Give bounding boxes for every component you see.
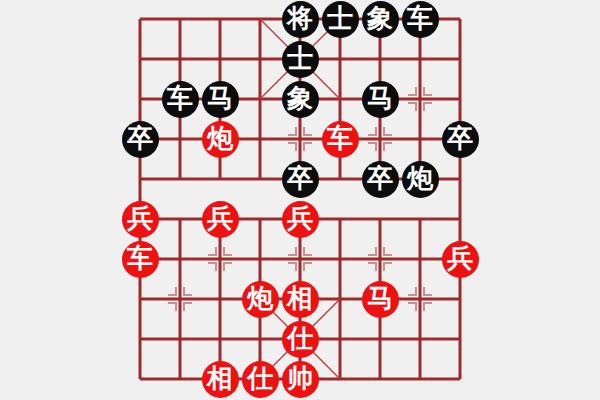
piece-glyph: 卒 [287,165,313,191]
piece-red-elephant[interactable]: 相 [282,281,319,318]
board-point-4-9: 帅 [280,359,320,399]
board-point-4-4: 卒 [280,159,320,199]
board-point-2-3: 炮 [200,119,240,159]
piece-black-elephant[interactable]: 象 [282,81,319,118]
board-point-6-7: 马 [360,279,400,319]
piece-red-chariot[interactable]: 车 [122,241,159,278]
piece-glyph: 马 [207,85,233,111]
piece-red-elephant[interactable]: 相 [202,361,239,398]
piece-black-horse[interactable]: 马 [362,81,399,118]
piece-glyph: 卒 [127,125,153,151]
board-point-8-6: 兵 [440,239,480,279]
piece-glyph: 兵 [447,245,473,271]
board-point-1-2: 车 [160,79,200,119]
piece-glyph: 兵 [127,205,153,231]
piece-glyph: 象 [287,85,313,111]
board-point-4-7: 相 [280,279,320,319]
piece-glyph: 卒 [367,165,393,191]
piece-glyph: 马 [367,285,393,311]
piece-black-pawn[interactable]: 卒 [282,161,319,198]
piece-black-general[interactable]: 将 [282,1,319,38]
piece-glyph: 相 [207,365,233,391]
board-point-2-2: 马 [200,79,240,119]
board-point-2-5: 兵 [200,199,240,239]
piece-glyph: 帅 [287,365,313,391]
piece-red-cannon[interactable]: 炮 [202,121,239,158]
board-point-6-4: 卒 [360,159,400,199]
piece-glyph: 象 [367,5,393,31]
piece-red-pawn[interactable]: 兵 [442,241,479,278]
board-point-4-5: 兵 [280,199,320,239]
board-point-6-0: 象 [360,0,400,39]
piece-glyph: 卒 [447,125,473,151]
piece-glyph: 士 [327,5,353,31]
board-point-0-5: 兵 [120,199,160,239]
piece-red-horse[interactable]: 马 [362,281,399,318]
board-point-7-4: 炮 [400,159,440,199]
piece-black-chariot[interactable]: 车 [402,1,439,38]
piece-red-pawn[interactable]: 兵 [282,201,319,238]
board-point-5-0: 士 [320,0,360,39]
piece-black-pawn[interactable]: 卒 [362,161,399,198]
piece-black-advisor[interactable]: 士 [322,1,359,38]
piece-glyph: 仕 [287,325,313,351]
board-point-4-0: 将 [280,0,320,39]
board-point-4-2: 象 [280,79,320,119]
piece-glyph: 车 [327,125,353,151]
board-point-3-9: 仕 [240,359,280,399]
piece-glyph: 炮 [407,165,433,191]
piece-glyph: 兵 [287,205,313,231]
board-point-3-7: 炮 [240,279,280,319]
xiangqi-board[interactable]: 将士象车士车马象马卒炮车卒卒卒炮兵兵兵车兵炮相马仕相仕帅 [120,0,480,399]
piece-glyph: 将 [287,5,313,31]
board-point-4-1: 士 [280,39,320,79]
piece-glyph: 兵 [207,205,233,231]
board-point-6-2: 马 [360,79,400,119]
piece-glyph: 车 [127,245,153,271]
piece-glyph: 马 [367,85,393,111]
board-point-5-3: 车 [320,119,360,159]
piece-black-horse[interactable]: 马 [202,81,239,118]
board-point-7-0: 车 [400,0,440,39]
piece-red-advisor[interactable]: 仕 [282,321,319,358]
piece-black-advisor[interactable]: 士 [282,41,319,78]
piece-black-pawn[interactable]: 卒 [122,121,159,158]
board-point-0-3: 卒 [120,119,160,159]
piece-glyph: 车 [407,5,433,31]
piece-black-cannon[interactable]: 炮 [402,161,439,198]
piece-glyph: 车 [167,85,193,111]
piece-black-chariot[interactable]: 车 [162,81,199,118]
piece-black-elephant[interactable]: 象 [362,1,399,38]
piece-glyph: 炮 [247,285,273,311]
piece-red-chariot[interactable]: 车 [322,121,359,158]
xiangqi-app: 将士象车士车马象马卒炮车卒卒卒炮兵兵兵车兵炮相马仕相仕帅 [0,0,600,400]
piece-red-general[interactable]: 帅 [282,361,319,398]
piece-glyph: 士 [287,45,313,71]
piece-red-advisor[interactable]: 仕 [242,361,279,398]
board-point-2-9: 相 [200,359,240,399]
board-point-8-3: 卒 [440,119,480,159]
piece-glyph: 相 [287,285,313,311]
piece-red-pawn[interactable]: 兵 [202,201,239,238]
board-point-0-6: 车 [120,239,160,279]
piece-red-pawn[interactable]: 兵 [122,201,159,238]
piece-black-pawn[interactable]: 卒 [442,121,479,158]
piece-glyph: 仕 [247,365,273,391]
piece-glyph: 炮 [207,125,233,151]
piece-red-cannon[interactable]: 炮 [242,281,279,318]
board-point-4-8: 仕 [280,319,320,359]
